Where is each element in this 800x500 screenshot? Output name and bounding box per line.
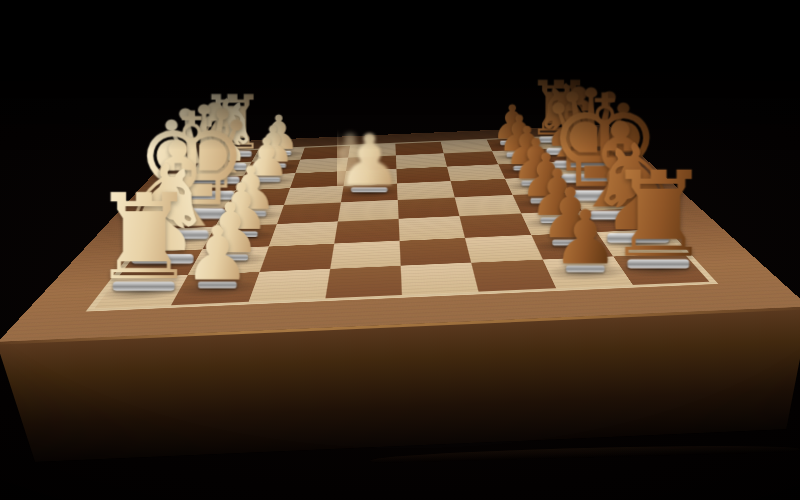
- scene: ♜♟♟♜♞♟♟♞♝♟♟♝♛♟♟♟♟♟♟♟♛♚♟♟♚♝♟♟♝♞♟♟♞♜♟♟♜: [0, 0, 800, 500]
- square-e5[interactable]: [398, 198, 460, 219]
- board-grid: ♜♟♟♜♞♟♟♞♝♟♟♝♛♟♟♟♟♟♟♟♛♚♟♟♚♝♟♟♝♞♟♟♞♜♟♟♜: [94, 136, 709, 309]
- square-h2[interactable]: ♟: [171, 272, 259, 305]
- square-d6[interactable]: [451, 179, 512, 198]
- square-h6[interactable]: [471, 259, 555, 291]
- square-e4[interactable]: [338, 200, 399, 222]
- square-f4[interactable]: [334, 219, 400, 244]
- square-h4[interactable]: [325, 266, 402, 299]
- square-e3[interactable]: [276, 203, 340, 225]
- piece-white-pawn-h2[interactable]: ♟: [184, 219, 251, 288]
- square-f3[interactable]: [268, 222, 337, 247]
- square-h3[interactable]: [248, 269, 330, 302]
- square-g6[interactable]: [465, 235, 542, 263]
- square-f5[interactable]: [399, 216, 466, 240]
- square-g4[interactable]: [330, 241, 401, 269]
- chess-board: ♜♟♟♜♞♟♟♞♝♟♟♝♛♟♟♟♟♟♟♟♛♚♟♟♚♝♟♟♝♞♟♟♞♜♟♟♜: [0, 125, 800, 344]
- square-g5[interactable]: [400, 238, 472, 266]
- piece-glyph: ♟: [184, 219, 251, 290]
- piece-glyph: ♟: [336, 126, 404, 194]
- square-h5[interactable]: [401, 263, 479, 295]
- piece-black-rook-h8[interactable]: ♜: [606, 159, 712, 269]
- square-g3[interactable]: [259, 243, 334, 271]
- piece-white-pawn-d4[interactable]: ♟♟♟♟♟♟: [338, 126, 402, 192]
- square-d4[interactable]: ♟♟♟♟♟♟: [341, 183, 398, 202]
- square-d5[interactable]: [397, 181, 455, 200]
- board-tilt-wrapper: ♜♟♟♜♞♟♟♞♝♟♟♝♛♟♟♟♟♟♟♟♛♚♟♟♚♝♟♟♝♞♟♟♞♜♟♟♜: [0, 0, 800, 500]
- piece-glyph: ♜: [90, 181, 196, 294]
- square-f6[interactable]: [460, 214, 531, 238]
- piece-glyph: ♜: [606, 159, 712, 272]
- piece-white-rook-h1[interactable]: ♜: [90, 181, 196, 291]
